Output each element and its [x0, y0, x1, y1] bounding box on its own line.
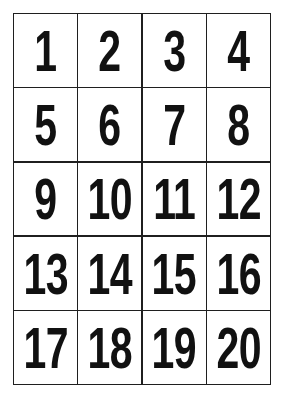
cell-number: 13 — [23, 244, 67, 303]
grid-cell: 11 — [143, 163, 206, 236]
cell-number: 9 — [34, 169, 56, 228]
cell-number: 6 — [99, 95, 121, 154]
grid-cell: 18 — [78, 311, 141, 384]
grid-cell: 9 — [14, 163, 77, 236]
cell-number: 18 — [88, 318, 132, 377]
cell-number: 10 — [88, 169, 132, 228]
grid-cell: 19 — [143, 311, 206, 384]
cell-number: 4 — [228, 21, 250, 80]
grid-cell: 16 — [207, 237, 270, 310]
grid-cell: 12 — [207, 163, 270, 236]
cell-number: 1 — [34, 21, 56, 80]
cell-number: 3 — [163, 21, 185, 80]
grid-cell: 7 — [143, 88, 206, 161]
cell-number: 15 — [152, 244, 196, 303]
grid-cell: 3 — [143, 14, 206, 87]
grid-cell: 5 — [14, 88, 77, 161]
cell-number: 11 — [153, 169, 195, 228]
grid-cell: 10 — [78, 163, 141, 236]
cell-number: 16 — [216, 244, 260, 303]
grid-cell: 14 — [78, 237, 141, 310]
cell-number: 5 — [34, 95, 56, 154]
grid-cell: 15 — [143, 237, 206, 310]
cell-number: 8 — [228, 95, 250, 154]
grid-cell: 4 — [207, 14, 270, 87]
grid-cell: 1 — [14, 14, 77, 87]
cell-number: 2 — [99, 21, 121, 80]
grid-cell: 8 — [207, 88, 270, 161]
cell-number: 14 — [88, 244, 132, 303]
grid-cell: 2 — [78, 14, 141, 87]
cell-number: 7 — [163, 95, 185, 154]
number-grid: 1234567891011121314151617181920 — [13, 13, 271, 385]
grid-cell: 13 — [14, 237, 77, 310]
grid-cell: 20 — [207, 311, 270, 384]
cell-number: 12 — [216, 169, 260, 228]
cell-number: 20 — [216, 318, 260, 377]
cell-number: 17 — [23, 318, 67, 377]
cell-number: 19 — [152, 318, 196, 377]
grid-cell: 6 — [78, 88, 141, 161]
grid-cell: 17 — [14, 311, 77, 384]
